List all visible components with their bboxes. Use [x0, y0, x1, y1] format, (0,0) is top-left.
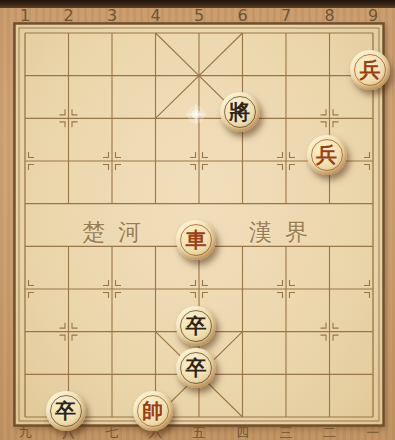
piece-glyph: 卒 — [46, 391, 86, 431]
river-text-left: 楚河 — [82, 217, 154, 248]
piece-glyph: 將 — [220, 92, 260, 132]
piece-glyph: 車 — [176, 220, 216, 260]
file-label-bottom-3: 七 — [100, 424, 124, 440]
file-label-bottom-1: 九 — [13, 424, 37, 440]
piece-red-soldier[interactable]: 兵 — [307, 135, 347, 175]
file-label-top-3: 3 — [100, 6, 124, 25]
file-label-top-4: 4 — [144, 6, 168, 25]
file-label-top-9: 9 — [361, 6, 385, 25]
file-label-top-7: 7 — [274, 6, 298, 25]
river-text-right: 漢界 — [249, 217, 321, 248]
file-label-top-5: 5 — [187, 6, 211, 25]
file-label-bottom-7: 三 — [274, 424, 298, 440]
file-label-top-8: 8 — [318, 6, 342, 25]
piece-black-general[interactable]: 將 — [220, 92, 260, 132]
piece-black-soldier[interactable]: 卒 — [46, 391, 86, 431]
piece-red-chariot[interactable]: 車 — [176, 220, 216, 260]
file-label-top-1: 1 — [13, 6, 37, 25]
piece-red-soldier[interactable]: 兵 — [350, 50, 390, 90]
piece-red-general[interactable]: 帥 — [133, 391, 173, 431]
file-label-top-6: 6 — [231, 6, 255, 25]
piece-glyph: 帥 — [133, 391, 173, 431]
piece-glyph: 兵 — [350, 50, 390, 90]
piece-glyph: 卒 — [176, 306, 216, 346]
file-label-top-2: 2 — [57, 6, 81, 25]
sparkle-highlight — [186, 104, 206, 124]
file-label-bottom-8: 二 — [318, 424, 342, 440]
file-label-bottom-6: 四 — [231, 424, 255, 440]
file-label-bottom-5: 五 — [187, 424, 211, 440]
piece-black-soldier[interactable]: 卒 — [176, 348, 216, 388]
piece-glyph: 卒 — [176, 348, 216, 388]
file-label-bottom-9: 一 — [361, 424, 385, 440]
xiangqi-app: 123456789 九八七六五四三二一 楚河 漢界 兵將兵車卒卒帥卒 — [0, 0, 395, 440]
piece-black-soldier[interactable]: 卒 — [176, 306, 216, 346]
piece-glyph: 兵 — [307, 135, 347, 175]
